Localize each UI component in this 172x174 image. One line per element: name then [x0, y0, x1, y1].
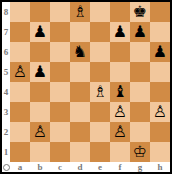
black-pawn[interactable]: ♟ [153, 42, 167, 62]
square-c7[interactable] [50, 22, 70, 42]
file-label-c: c [50, 162, 70, 172]
square-f1[interactable] [110, 142, 130, 162]
file-labels: abcdefgh [10, 162, 170, 172]
square-b8[interactable] [30, 2, 50, 22]
square-g5[interactable] [130, 62, 150, 82]
square-b2[interactable]: ♙ [30, 122, 50, 142]
square-c5[interactable] [50, 62, 70, 82]
white-to-move-indicator [3, 164, 10, 171]
white-bishop[interactable]: ♗ [93, 82, 107, 102]
square-d6[interactable]: ♞ [70, 42, 90, 62]
rank-label-1: 1 [2, 142, 10, 162]
square-a3[interactable] [10, 102, 30, 122]
square-b7[interactable]: ♟ [30, 22, 50, 42]
bottom-row: abcdefgh [2, 162, 170, 172]
square-h3[interactable]: ♙ [150, 102, 170, 122]
black-pawn[interactable]: ♟ [33, 62, 47, 82]
square-h1[interactable] [150, 142, 170, 162]
square-d7[interactable] [70, 22, 90, 42]
file-label-g: g [130, 162, 150, 172]
square-e7[interactable] [90, 22, 110, 42]
rank-label-8: 8 [2, 2, 10, 22]
black-pawn[interactable]: ♟ [113, 22, 127, 42]
square-e2[interactable] [90, 122, 110, 142]
chess-diagram: 87654321 ♗♚♟♟♟♞♟♙♟♗♝♙♙♙♙♔ abcdefgh [0, 0, 172, 174]
black-pawn[interactable]: ♟ [133, 22, 147, 42]
black-pawn[interactable]: ♟ [33, 22, 47, 42]
square-h7[interactable] [150, 22, 170, 42]
square-g2[interactable] [130, 122, 150, 142]
file-label-f: f [110, 162, 130, 172]
square-a1[interactable] [10, 142, 30, 162]
square-d4[interactable] [70, 82, 90, 102]
square-h6[interactable]: ♟ [150, 42, 170, 62]
rank-label-5: 5 [2, 62, 10, 82]
white-pawn[interactable]: ♙ [113, 122, 127, 142]
square-b6[interactable] [30, 42, 50, 62]
black-knight[interactable]: ♞ [73, 42, 87, 62]
chess-board: ♗♚♟♟♟♞♟♙♟♗♝♙♙♙♙♔ [10, 2, 170, 162]
square-a7[interactable] [10, 22, 30, 42]
white-king[interactable]: ♔ [133, 142, 147, 162]
rank-label-7: 7 [2, 22, 10, 42]
square-e1[interactable] [90, 142, 110, 162]
square-c1[interactable] [50, 142, 70, 162]
square-b5[interactable]: ♟ [30, 62, 50, 82]
file-label-h: h [150, 162, 170, 172]
white-bishop[interactable]: ♗ [73, 2, 87, 22]
file-label-b: b [30, 162, 50, 172]
square-f6[interactable] [110, 42, 130, 62]
white-pawn[interactable]: ♙ [153, 102, 167, 122]
square-e6[interactable] [90, 42, 110, 62]
square-f2[interactable]: ♙ [110, 122, 130, 142]
square-h2[interactable] [150, 122, 170, 142]
square-h8[interactable] [150, 2, 170, 22]
square-e4[interactable]: ♗ [90, 82, 110, 102]
rank-label-4: 4 [2, 82, 10, 102]
white-pawn[interactable]: ♙ [113, 102, 127, 122]
square-a2[interactable] [10, 122, 30, 142]
square-f4[interactable]: ♝ [110, 82, 130, 102]
square-b4[interactable] [30, 82, 50, 102]
rank-labels: 87654321 [2, 2, 10, 162]
square-a6[interactable] [10, 42, 30, 62]
square-c2[interactable] [50, 122, 70, 142]
file-label-e: e [90, 162, 110, 172]
square-e3[interactable] [90, 102, 110, 122]
square-f5[interactable] [110, 62, 130, 82]
square-g3[interactable] [130, 102, 150, 122]
square-d3[interactable] [70, 102, 90, 122]
square-g6[interactable] [130, 42, 150, 62]
white-pawn[interactable]: ♙ [13, 62, 27, 82]
square-a4[interactable] [10, 82, 30, 102]
square-d5[interactable] [70, 62, 90, 82]
square-c3[interactable] [50, 102, 70, 122]
square-f7[interactable]: ♟ [110, 22, 130, 42]
square-b1[interactable] [30, 142, 50, 162]
square-d2[interactable] [70, 122, 90, 142]
square-h5[interactable] [150, 62, 170, 82]
board-row: 87654321 ♗♚♟♟♟♞♟♙♟♗♝♙♙♙♙♔ [2, 2, 170, 162]
square-b3[interactable] [30, 102, 50, 122]
square-d8[interactable]: ♗ [70, 2, 90, 22]
square-g1[interactable]: ♔ [130, 142, 150, 162]
square-f8[interactable] [110, 2, 130, 22]
square-c8[interactable] [50, 2, 70, 22]
square-g7[interactable]: ♟ [130, 22, 150, 42]
square-e8[interactable] [90, 2, 110, 22]
square-h4[interactable] [150, 82, 170, 102]
square-d1[interactable] [70, 142, 90, 162]
square-e5[interactable] [90, 62, 110, 82]
rank-label-2: 2 [2, 122, 10, 142]
rank-label-3: 3 [2, 102, 10, 122]
rank-label-6: 6 [2, 42, 10, 62]
square-c6[interactable] [50, 42, 70, 62]
square-a5[interactable]: ♙ [10, 62, 30, 82]
file-label-d: d [70, 162, 90, 172]
square-f3[interactable]: ♙ [110, 102, 130, 122]
square-c4[interactable] [50, 82, 70, 102]
square-g8[interactable]: ♚ [130, 2, 150, 22]
black-bishop[interactable]: ♝ [113, 82, 127, 102]
white-pawn[interactable]: ♙ [33, 122, 47, 142]
black-king[interactable]: ♚ [133, 2, 147, 22]
square-a8[interactable] [10, 2, 30, 22]
file-label-a: a [10, 162, 30, 172]
move-indicator-cell [2, 162, 10, 172]
square-g4[interactable] [130, 82, 150, 102]
